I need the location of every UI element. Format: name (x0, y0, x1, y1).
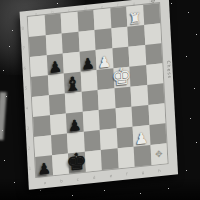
square-b7 (45, 34, 62, 56)
square-e6: ♟ (96, 48, 113, 70)
square-d7 (78, 30, 95, 52)
square-f8 (110, 7, 127, 29)
square-h5 (146, 63, 163, 85)
file-label: e (109, 173, 112, 178)
square-d5 (80, 70, 97, 92)
square-g3 (132, 105, 149, 127)
brand-text: Chess (166, 60, 172, 79)
square-h1: ✥ (150, 143, 167, 165)
file-label: f (117, 2, 119, 7)
square-c5: ♝ (64, 72, 81, 94)
square-d1 (84, 150, 101, 172)
square-g2: ♟ (133, 125, 150, 147)
square-b8 (44, 14, 61, 36)
square-e2 (100, 128, 117, 150)
square-d4 (81, 90, 98, 112)
square-h6 (145, 43, 162, 65)
square-c7 (62, 32, 79, 54)
square-d8 (77, 10, 94, 32)
square-a1: ♟ (35, 155, 52, 177)
square-g6 (128, 45, 145, 67)
square-d2 (83, 130, 100, 152)
rank-label: 1 (29, 165, 32, 170)
square-a5 (31, 75, 48, 97)
file-label: a (35, 11, 38, 16)
file-label: d (84, 6, 87, 11)
square-a8 (28, 15, 45, 37)
file-label: e (101, 4, 104, 9)
square-c2 (67, 132, 84, 154)
square-f7 (111, 27, 128, 49)
square-f1 (117, 147, 134, 169)
square-a3 (33, 115, 50, 137)
square-h7 (144, 23, 161, 45)
rank-label: 7 (22, 45, 25, 50)
square-d3 (82, 110, 99, 132)
square-f3 (115, 107, 132, 129)
file-label: g (142, 170, 145, 175)
rank-label: 8 (21, 25, 24, 30)
square-h3 (148, 103, 165, 125)
rank-label: 2 (28, 145, 31, 150)
square-b6: ♟ (46, 54, 63, 76)
square-h8 (143, 3, 160, 25)
piece-black-bishop-c5: ♝ (64, 75, 82, 94)
rank-label: 5 (24, 85, 27, 90)
piece-black-pawn-a1: ♟ (37, 162, 51, 177)
square-g4 (130, 85, 147, 107)
file-label: a (43, 180, 46, 185)
square-g7 (127, 25, 144, 47)
maker-logo-icon: ✥ (155, 149, 163, 160)
square-g1 (134, 145, 151, 167)
file-label: g (133, 1, 136, 6)
square-h2 (149, 123, 166, 145)
square-f6 (112, 47, 129, 69)
file-label: h (149, 0, 152, 4)
square-a7 (29, 35, 46, 57)
square-e1 (101, 148, 118, 170)
board-grid: ♜♟♟♟♝♚♟♟♟♚✥ (28, 3, 168, 177)
square-a6 (30, 55, 47, 77)
square-c1: ♚ (68, 152, 85, 174)
square-e4 (98, 88, 115, 110)
square-g5 (129, 65, 146, 87)
square-c4 (65, 92, 82, 114)
square-c3: ♟ (66, 112, 83, 134)
photo-background: ✣ ♜♟♟♟♝♚♟♟♟♚✥ abcdefgh abcdefgh 87654321… (0, 0, 200, 200)
file-label: c (68, 8, 70, 13)
square-b2 (51, 134, 68, 156)
file-label: b (60, 178, 63, 183)
square-a2 (34, 135, 51, 157)
square-d6: ♟ (79, 50, 96, 72)
square-e3 (99, 108, 116, 130)
square-h4 (147, 83, 164, 105)
square-b1 (52, 154, 69, 176)
chess-board: ✣ ♜♟♟♟♝♚♟♟♟♚✥ abcdefgh abcdefgh 87654321… (20, 0, 179, 190)
square-b3 (49, 114, 66, 136)
rank-label: 6 (23, 65, 26, 70)
square-c8 (61, 12, 78, 34)
square-e8 (93, 8, 110, 30)
file-label: c (77, 177, 79, 182)
file-label: h (158, 168, 161, 173)
square-e5 (97, 68, 114, 90)
file-label: b (51, 9, 54, 14)
rank-label: 4 (25, 105, 28, 110)
file-label: f (126, 171, 128, 176)
square-g8: ♜ (126, 5, 143, 27)
square-a4 (32, 95, 49, 117)
table-edge-streak (0, 92, 7, 140)
square-f4 (114, 87, 131, 109)
square-c6 (63, 52, 80, 74)
square-e7 (95, 28, 112, 50)
square-b4 (48, 94, 65, 116)
file-label: d (93, 175, 96, 180)
square-f2 (116, 127, 133, 149)
rank-label: 3 (27, 125, 30, 130)
square-b5 (47, 74, 64, 96)
square-f5: ♚ (113, 67, 130, 89)
